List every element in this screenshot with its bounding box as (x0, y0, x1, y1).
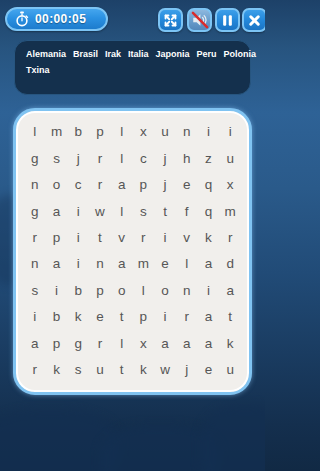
grid-cell-r3c5[interactable]: a (111, 172, 133, 198)
grid-cell-r2c3[interactable]: j (67, 145, 89, 171)
grid-cell-r5c2[interactable]: p (46, 225, 68, 251)
word-list-item: Peru (197, 48, 217, 61)
grid-cell-r2c4[interactable]: r (89, 145, 111, 171)
grid-cell-r3c7[interactable]: j (154, 172, 176, 198)
grid-cell-r4c6[interactable]: s (133, 198, 155, 224)
grid-cell-r9c1[interactable]: a (24, 330, 46, 356)
grid-cell-r8c4[interactable]: e (89, 304, 111, 330)
grid-cell-r7c9[interactable]: i (198, 277, 220, 303)
grid-cell-r7c10[interactable]: a (219, 277, 241, 303)
grid-cell-r7c3[interactable]: b (67, 277, 89, 303)
close-button[interactable] (242, 8, 265, 32)
grid-cell-r9c6[interactable]: x (133, 330, 155, 356)
grid-cell-r3c2[interactable]: o (46, 172, 68, 198)
word-list-item: Alemania (26, 48, 66, 61)
grid-cell-r2c5[interactable]: l (111, 145, 133, 171)
word-list-item: Japonia (156, 48, 190, 61)
grid-cell-r9c10[interactable]: k (219, 330, 241, 356)
grid-cell-r7c4[interactable]: p (89, 277, 111, 303)
grid-cell-r7c6[interactable]: l (133, 277, 155, 303)
grid-cell-r10c8[interactable]: j (176, 357, 198, 383)
grid-cell-r8c2[interactable]: b (46, 304, 68, 330)
grid-cell-r6c10[interactable]: d (219, 251, 241, 277)
word-list-item: Polonia (224, 48, 257, 61)
grid-cell-r1c5[interactable]: l (111, 119, 133, 145)
grid-cell-r6c4[interactable]: n (89, 251, 111, 277)
grid-cell-r4c7[interactable]: t (154, 198, 176, 224)
grid-cell-r4c3[interactable]: i (67, 198, 89, 224)
timer-badge: 00:00:05 (5, 7, 108, 31)
grid-cell-r8c8[interactable]: r (176, 304, 198, 330)
stopwatch-icon (14, 11, 30, 27)
grid-cell-r1c8[interactable]: n (176, 119, 198, 145)
grid-cell-r4c1[interactable]: g (24, 198, 46, 224)
fullscreen-icon (162, 12, 179, 29)
grid-cell-r9c4[interactable]: r (89, 330, 111, 356)
grid-cell-r8c3[interactable]: k (67, 304, 89, 330)
word-list-line: Txina (26, 64, 239, 77)
grid-cell-r3c8[interactable]: e (176, 172, 198, 198)
grid-cell-r10c4[interactable]: u (89, 357, 111, 383)
grid-cell-r7c8[interactable]: n (176, 277, 198, 303)
grid-cell-r6c9[interactable]: a (198, 251, 220, 277)
fullscreen-button[interactable] (158, 8, 183, 32)
grid-cell-r2c7[interactable]: j (154, 145, 176, 171)
grid-cell-r6c2[interactable]: a (46, 251, 68, 277)
grid-cell-r5c3[interactable]: i (67, 225, 89, 251)
grid-cell-r2c9[interactable]: z (198, 145, 220, 171)
close-icon (247, 13, 262, 28)
grid-cell-r1c7[interactable]: u (154, 119, 176, 145)
grid-cell-r4c2[interactable]: a (46, 198, 68, 224)
grid-cell-r3c4[interactable]: r (89, 172, 111, 198)
grid-cell-r9c3[interactable]: g (67, 330, 89, 356)
grid-cell-r2c6[interactable]: c (133, 145, 155, 171)
grid-cell-r6c1[interactable]: n (24, 251, 46, 277)
grid-cell-r1c9[interactable]: i (198, 119, 220, 145)
grid-cell-r7c7[interactable]: o (154, 277, 176, 303)
word-list-item: Txina (26, 64, 50, 77)
grid-cell-r8c5[interactable]: t (111, 304, 133, 330)
grid-cell-r10c7[interactable]: w (154, 357, 176, 383)
grid-cell-r1c4[interactable]: p (89, 119, 111, 145)
pause-button[interactable] (215, 8, 240, 32)
grid-cell-r10c1[interactable]: r (24, 357, 46, 383)
grid-cell-r9c7[interactable]: a (154, 330, 176, 356)
grid-cell-r3c9[interactable]: q (198, 172, 220, 198)
grid-cell-r7c5[interactable]: o (111, 277, 133, 303)
timer-value: 00:00:05 (35, 12, 86, 26)
grid-cell-r9c2[interactable]: p (46, 330, 68, 356)
grid-cell-r6c8[interactable]: l (176, 251, 198, 277)
word-list-item: Irak (105, 48, 121, 61)
grid-cell-r1c1[interactable]: l (24, 119, 46, 145)
word-search-grid[interactable]: lmbplxuniigsjrlcjhzunocrapjeqxgaiwlstfqm… (13, 108, 252, 395)
grid-cell-r1c3[interactable]: b (67, 119, 89, 145)
word-list-line: AlemaniaBrasilIrakItaliaJaponiaPeruPolon… (26, 48, 239, 61)
grid-cell-r3c3[interactable]: c (67, 172, 89, 198)
grid-cell-r3c1[interactable]: n (24, 172, 46, 198)
grid-cell-r9c5[interactable]: l (111, 330, 133, 356)
grid-cell-r10c9[interactable]: e (198, 357, 220, 383)
grid-cell-r4c5[interactable]: l (111, 198, 133, 224)
grid-cell-r8c10[interactable]: t (219, 304, 241, 330)
grid-cell-r6c5[interactable]: a (111, 251, 133, 277)
pause-icon (220, 13, 235, 28)
grid-cell-r2c8[interactable]: h (176, 145, 198, 171)
grid-cell-r10c6[interactable]: k (133, 357, 155, 383)
grid-cell-r4c4[interactable]: w (89, 198, 111, 224)
skyline-silhouette (200, 405, 265, 471)
grid-cell-r5c5[interactable]: v (111, 225, 133, 251)
grid-cell-r10c5[interactable]: t (111, 357, 133, 383)
grid-cell-r10c2[interactable]: k (46, 357, 68, 383)
grid-cell-r2c10[interactable]: u (219, 145, 241, 171)
grid-cell-r2c2[interactable]: s (46, 145, 68, 171)
grid-cell-r6c6[interactable]: m (133, 251, 155, 277)
grid-cell-r5c1[interactable]: r (24, 225, 46, 251)
grid-cell-r5c7[interactable]: i (154, 225, 176, 251)
grid-cell-r8c9[interactable]: a (198, 304, 220, 330)
grid-cell-r4c9[interactable]: q (198, 198, 220, 224)
grid-cell-r5c10[interactable]: r (219, 225, 241, 251)
mute-button[interactable] (187, 8, 212, 32)
grid-cell-r7c1[interactable]: s (24, 277, 46, 303)
grid-cell-r8c6[interactable]: p (133, 304, 155, 330)
grid-cell-r4c10[interactable]: m (219, 198, 241, 224)
grid-cell-r2c1[interactable]: g (24, 145, 46, 171)
word-list-item: Italia (128, 48, 149, 61)
word-list-panel: AlemaniaBrasilIrakItaliaJaponiaPeruPolon… (14, 40, 251, 95)
grid-cell-r5c8[interactable]: v (176, 225, 198, 251)
grid-cell-r7c2[interactable]: i (46, 277, 68, 303)
grid-cell-r4c8[interactable]: f (176, 198, 198, 224)
grid-cell-r9c9[interactable]: a (198, 330, 220, 356)
grid-cell-r5c9[interactable]: k (198, 225, 220, 251)
grid-cell-r6c3[interactable]: i (67, 251, 89, 277)
grid-cell-r8c1[interactable]: i (24, 304, 46, 330)
grid-cell-r9c8[interactable]: a (176, 330, 198, 356)
speaker-muted-icon (191, 11, 209, 29)
grid-cell-r3c10[interactable]: x (219, 172, 241, 198)
grid-cell-r10c10[interactable]: u (219, 357, 241, 383)
grid-cell-r6c7[interactable]: e (154, 251, 176, 277)
grid-cell-r8c7[interactable]: i (154, 304, 176, 330)
grid-cell-r3c6[interactable]: p (133, 172, 155, 198)
grid-cell-r10c3[interactable]: s (67, 357, 89, 383)
grid-cell-r1c6[interactable]: x (133, 119, 155, 145)
word-list-item: Brasil (73, 48, 98, 61)
grid-cell-r1c2[interactable]: m (46, 119, 68, 145)
grid-cell-r5c4[interactable]: t (89, 225, 111, 251)
grid-cell-r1c10[interactable]: i (219, 119, 241, 145)
grid-cell-r5c6[interactable]: r (133, 225, 155, 251)
